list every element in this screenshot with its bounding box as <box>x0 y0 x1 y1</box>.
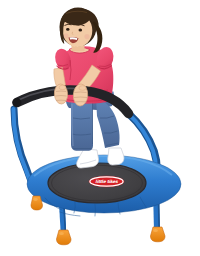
sock-left <box>77 149 99 168</box>
thumb-left <box>59 85 66 89</box>
foot-back-left-highlight <box>33 198 37 201</box>
eye-right <box>79 29 83 32</box>
handlebar-foam-endcap <box>13 98 22 107</box>
sock-right <box>108 148 124 165</box>
cheek-left <box>63 33 68 38</box>
scene-canvas: little tikes <box>0 0 200 256</box>
brand-logo-text: little tikes <box>95 179 118 184</box>
cheek-right <box>84 34 89 39</box>
foot-middle-highlight <box>59 232 64 235</box>
foot-right-highlight <box>153 229 158 232</box>
foot-back-left <box>31 196 43 210</box>
product-photo: little tikes <box>0 0 200 256</box>
foot-middle <box>57 230 72 245</box>
thumb-right <box>79 86 86 91</box>
jeans-left-leg <box>71 100 93 151</box>
eye-left <box>66 28 69 31</box>
brand-logo: little tikes <box>89 176 124 187</box>
foot-right <box>151 227 166 242</box>
